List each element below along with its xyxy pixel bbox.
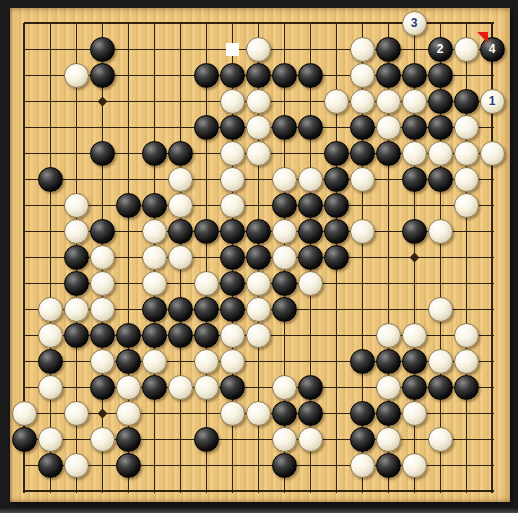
black-stone[interactable] [220, 245, 245, 270]
white-stone[interactable] [64, 401, 89, 426]
window-frame-bottom [0, 507, 518, 513]
white-stone[interactable] [142, 219, 167, 244]
white-stone[interactable] [90, 427, 115, 452]
black-stone[interactable] [350, 349, 375, 374]
black-stone[interactable] [298, 219, 323, 244]
black-stone[interactable] [142, 141, 167, 166]
black-stone[interactable] [324, 193, 349, 218]
black-stone[interactable] [402, 349, 427, 374]
black-stone[interactable] [350, 115, 375, 140]
white-stone[interactable] [480, 141, 505, 166]
black-stone[interactable] [64, 271, 89, 296]
go-app-window: 1234 [0, 0, 518, 513]
black-stone[interactable] [220, 271, 245, 296]
white-stone[interactable] [220, 167, 245, 192]
white-stone[interactable] [454, 37, 479, 62]
white-stone[interactable] [428, 349, 453, 374]
white-stone[interactable] [298, 427, 323, 452]
white-stone[interactable] [376, 323, 401, 348]
white-stone[interactable] [220, 193, 245, 218]
black-stone[interactable] [298, 401, 323, 426]
white-stone[interactable] [402, 401, 427, 426]
white-stone[interactable] [272, 167, 297, 192]
black-stone[interactable] [298, 115, 323, 140]
black-stone[interactable] [454, 375, 479, 400]
white-stone[interactable] [246, 297, 271, 322]
white-stone[interactable] [428, 297, 453, 322]
white-stone[interactable] [480, 89, 505, 114]
white-stone[interactable] [220, 141, 245, 166]
white-stone[interactable] [428, 141, 453, 166]
white-stone[interactable] [64, 63, 89, 88]
white-stone[interactable] [272, 375, 297, 400]
black-stone[interactable] [272, 401, 297, 426]
black-stone[interactable] [168, 219, 193, 244]
white-stone[interactable] [142, 271, 167, 296]
black-stone[interactable] [298, 63, 323, 88]
white-stone[interactable] [246, 323, 271, 348]
black-stone[interactable] [428, 167, 453, 192]
black-stone[interactable] [116, 193, 141, 218]
black-stone[interactable] [246, 219, 271, 244]
white-stone[interactable] [246, 271, 271, 296]
white-stone[interactable] [38, 375, 63, 400]
white-stone[interactable] [194, 375, 219, 400]
black-stone[interactable] [90, 219, 115, 244]
grid-vertical-line [50, 23, 51, 493]
black-stone[interactable] [194, 323, 219, 348]
white-stone[interactable] [12, 401, 37, 426]
black-stone[interactable] [350, 141, 375, 166]
white-stone[interactable] [350, 167, 375, 192]
white-stone[interactable] [38, 297, 63, 322]
white-stone[interactable] [246, 115, 271, 140]
black-stone[interactable] [298, 375, 323, 400]
grid-horizontal-line [24, 205, 494, 206]
black-stone[interactable] [376, 401, 401, 426]
black-stone[interactable] [376, 349, 401, 374]
black-stone[interactable] [90, 141, 115, 166]
grid-horizontal-line [24, 490, 494, 492]
black-stone[interactable] [454, 89, 479, 114]
black-stone[interactable] [350, 427, 375, 452]
white-stone[interactable] [168, 375, 193, 400]
black-stone[interactable] [64, 245, 89, 270]
black-stone[interactable] [194, 219, 219, 244]
white-stone[interactable] [38, 427, 63, 452]
black-stone[interactable] [324, 167, 349, 192]
white-stone[interactable] [168, 193, 193, 218]
black-stone[interactable] [402, 167, 427, 192]
white-stone[interactable] [376, 375, 401, 400]
black-stone[interactable] [246, 245, 271, 270]
white-stone[interactable] [376, 427, 401, 452]
black-stone[interactable] [168, 323, 193, 348]
white-stone[interactable] [402, 141, 427, 166]
white-stone[interactable] [454, 115, 479, 140]
white-stone[interactable] [402, 453, 427, 478]
black-stone[interactable] [428, 89, 453, 114]
white-stone[interactable] [454, 167, 479, 192]
white-stone[interactable] [220, 349, 245, 374]
black-stone[interactable] [12, 427, 37, 452]
black-stone[interactable] [272, 271, 297, 296]
black-stone[interactable] [38, 167, 63, 192]
star-point [97, 96, 107, 106]
black-stone[interactable] [220, 115, 245, 140]
white-stone[interactable] [428, 219, 453, 244]
white-stone[interactable] [64, 453, 89, 478]
white-stone[interactable] [350, 219, 375, 244]
white-stone[interactable] [402, 323, 427, 348]
black-stone[interactable] [142, 297, 167, 322]
black-stone[interactable] [220, 219, 245, 244]
white-stone[interactable] [90, 297, 115, 322]
black-stone[interactable] [142, 375, 167, 400]
black-stone[interactable] [272, 453, 297, 478]
white-stone[interactable] [402, 11, 427, 36]
black-stone[interactable] [116, 323, 141, 348]
white-stone[interactable] [168, 245, 193, 270]
white-stone[interactable] [454, 141, 479, 166]
white-stone[interactable] [38, 323, 63, 348]
black-stone[interactable] [272, 115, 297, 140]
white-stone[interactable] [116, 401, 141, 426]
white-stone[interactable] [142, 245, 167, 270]
white-stone[interactable] [272, 219, 297, 244]
white-stone[interactable] [220, 323, 245, 348]
black-stone[interactable] [194, 115, 219, 140]
black-stone[interactable] [324, 219, 349, 244]
black-stone[interactable] [116, 427, 141, 452]
black-stone[interactable] [142, 323, 167, 348]
white-stone[interactable] [298, 271, 323, 296]
black-stone[interactable] [220, 375, 245, 400]
go-board[interactable]: 1234 [10, 8, 510, 502]
white-stone[interactable] [246, 37, 271, 62]
white-stone[interactable] [298, 167, 323, 192]
black-stone[interactable] [272, 297, 297, 322]
grid-vertical-line [206, 23, 207, 493]
star-point [409, 252, 419, 262]
black-stone[interactable] [194, 427, 219, 452]
white-stone[interactable] [64, 297, 89, 322]
black-stone[interactable] [402, 219, 427, 244]
white-stone[interactable] [246, 401, 271, 426]
white-stone[interactable] [376, 89, 401, 114]
white-stone[interactable] [220, 89, 245, 114]
square-marker [226, 43, 239, 56]
white-stone[interactable] [220, 401, 245, 426]
white-stone[interactable] [324, 89, 349, 114]
black-stone[interactable] [116, 453, 141, 478]
black-stone[interactable] [376, 141, 401, 166]
black-stone[interactable] [90, 63, 115, 88]
black-stone[interactable] [402, 63, 427, 88]
black-stone[interactable] [38, 349, 63, 374]
black-stone[interactable] [220, 63, 245, 88]
white-stone[interactable] [168, 167, 193, 192]
white-stone[interactable] [64, 193, 89, 218]
star-point [97, 408, 107, 418]
black-stone[interactable] [376, 37, 401, 62]
black-stone[interactable] [90, 37, 115, 62]
black-stone[interactable] [142, 193, 167, 218]
black-stone[interactable] [246, 63, 271, 88]
white-stone[interactable] [272, 427, 297, 452]
white-stone[interactable] [246, 141, 271, 166]
white-stone[interactable] [272, 245, 297, 270]
black-stone[interactable] [350, 401, 375, 426]
black-stone[interactable] [194, 63, 219, 88]
black-stone[interactable] [38, 453, 63, 478]
white-stone[interactable] [350, 453, 375, 478]
black-stone[interactable] [376, 63, 401, 88]
white-stone[interactable] [350, 37, 375, 62]
white-stone[interactable] [90, 245, 115, 270]
black-stone[interactable] [428, 37, 453, 62]
white-stone[interactable] [142, 349, 167, 374]
black-stone[interactable] [324, 245, 349, 270]
black-stone[interactable] [428, 63, 453, 88]
white-stone[interactable] [90, 349, 115, 374]
black-stone[interactable] [428, 115, 453, 140]
white-stone[interactable] [64, 219, 89, 244]
white-stone[interactable] [428, 427, 453, 452]
white-stone[interactable] [376, 115, 401, 140]
white-stone[interactable] [350, 89, 375, 114]
black-stone[interactable] [168, 297, 193, 322]
black-stone[interactable] [272, 193, 297, 218]
white-stone[interactable] [402, 89, 427, 114]
white-stone[interactable] [350, 63, 375, 88]
white-stone[interactable] [246, 89, 271, 114]
black-stone[interactable] [324, 141, 349, 166]
black-stone[interactable] [168, 141, 193, 166]
white-stone[interactable] [454, 349, 479, 374]
black-stone[interactable] [220, 297, 245, 322]
black-stone[interactable] [64, 323, 89, 348]
white-stone[interactable] [116, 375, 141, 400]
white-stone[interactable] [454, 323, 479, 348]
white-stone[interactable] [90, 271, 115, 296]
black-stone[interactable] [298, 245, 323, 270]
black-stone[interactable] [90, 375, 115, 400]
black-stone[interactable] [402, 375, 427, 400]
black-stone[interactable] [116, 349, 141, 374]
red-triangle-marker [477, 32, 488, 43]
white-stone[interactable] [454, 193, 479, 218]
black-stone[interactable] [428, 375, 453, 400]
white-stone[interactable] [194, 271, 219, 296]
black-stone[interactable] [298, 193, 323, 218]
black-stone[interactable] [194, 297, 219, 322]
black-stone[interactable] [90, 323, 115, 348]
black-stone[interactable] [272, 63, 297, 88]
white-stone[interactable] [194, 349, 219, 374]
black-stone[interactable] [376, 453, 401, 478]
black-stone[interactable] [402, 115, 427, 140]
